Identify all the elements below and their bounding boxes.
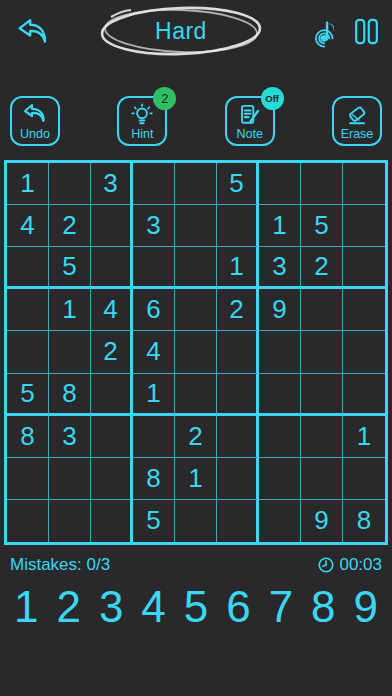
cell-r5c5[interactable] xyxy=(175,331,217,373)
timer-value: 00:03 xyxy=(339,555,382,575)
cell-r2c8[interactable]: 5 xyxy=(301,205,343,247)
undo-icon xyxy=(21,103,49,125)
numpad-4[interactable]: 4 xyxy=(141,585,165,629)
cell-r9c5[interactable] xyxy=(175,500,217,542)
cell-r3c5[interactable] xyxy=(175,247,217,289)
cell-r7c8[interactable] xyxy=(301,416,343,458)
cell-r2c2[interactable]: 2 xyxy=(49,205,91,247)
cell-r5c7[interactable] xyxy=(259,331,301,373)
cell-r5c2[interactable] xyxy=(49,331,91,373)
cell-r4c6[interactable]: 2 xyxy=(217,289,259,331)
cell-r4c9[interactable] xyxy=(343,289,385,331)
cell-r7c9[interactable]: 1 xyxy=(343,416,385,458)
cell-r6c7[interactable] xyxy=(259,374,301,416)
toolbar: Undo 2 Hint Off Note xyxy=(0,96,392,146)
cell-r6c2[interactable]: 8 xyxy=(49,374,91,416)
cell-r8c8[interactable] xyxy=(301,458,343,500)
cell-r4c8[interactable] xyxy=(301,289,343,331)
cell-r6c6[interactable] xyxy=(217,374,259,416)
status-bar: Mistakes: 0/3 00:03 xyxy=(0,555,392,575)
cell-r1c8[interactable] xyxy=(301,163,343,205)
clock-icon xyxy=(317,556,335,574)
cell-r8c9[interactable] xyxy=(343,458,385,500)
music-note-icon xyxy=(310,15,343,48)
cell-r2c7[interactable]: 1 xyxy=(259,205,301,247)
cell-r9c3[interactable] xyxy=(91,500,133,542)
cell-r1c1[interactable]: 1 xyxy=(7,163,49,205)
numpad-3[interactable]: 3 xyxy=(99,585,123,629)
cell-r7c3[interactable] xyxy=(91,416,133,458)
cell-r7c5[interactable]: 2 xyxy=(175,416,217,458)
cell-r6c9[interactable] xyxy=(343,374,385,416)
page-title: Hard xyxy=(155,18,207,45)
cell-r7c6[interactable] xyxy=(217,416,259,458)
cell-r3c3[interactable] xyxy=(91,247,133,289)
cell-r9c2[interactable] xyxy=(49,500,91,542)
hint-label: Hint xyxy=(131,128,153,143)
cell-r4c7[interactable]: 9 xyxy=(259,289,301,331)
cell-r6c5[interactable] xyxy=(175,374,217,416)
note-pencil-icon xyxy=(237,103,263,128)
cell-r2c1[interactable]: 4 xyxy=(7,205,49,247)
note-label: Note xyxy=(236,128,262,143)
cell-r2c9[interactable] xyxy=(343,205,385,247)
cell-r2c3[interactable] xyxy=(91,205,133,247)
cell-r4c5[interactable] xyxy=(175,289,217,331)
cell-r8c5[interactable]: 1 xyxy=(175,458,217,500)
cell-r5c3[interactable]: 2 xyxy=(91,331,133,373)
cell-r4c2[interactable]: 1 xyxy=(49,289,91,331)
cell-r3c1[interactable] xyxy=(7,247,49,289)
music-button[interactable] xyxy=(310,15,343,48)
cell-r2c5[interactable] xyxy=(175,205,217,247)
erase-button[interactable]: Erase xyxy=(332,96,382,146)
note-badge: Off xyxy=(261,87,284,110)
cell-r9c8[interactable]: 9 xyxy=(301,500,343,542)
cell-r3c7[interactable]: 3 xyxy=(259,247,301,289)
numpad-6[interactable]: 6 xyxy=(226,585,250,629)
cell-r5c4[interactable]: 4 xyxy=(133,331,175,373)
number-pad: 123456789 xyxy=(0,585,392,629)
cell-r7c2[interactable]: 3 xyxy=(49,416,91,458)
cell-r1c5[interactable] xyxy=(175,163,217,205)
erase-label: Erase xyxy=(341,128,374,143)
cell-r5c8[interactable] xyxy=(301,331,343,373)
pause-button[interactable] xyxy=(353,16,380,47)
cell-r4c1[interactable] xyxy=(7,289,49,331)
cell-r6c1[interactable]: 5 xyxy=(7,374,49,416)
header-right xyxy=(310,15,380,48)
difficulty-title-wrap: Hard xyxy=(52,0,310,62)
cell-r3c2[interactable]: 5 xyxy=(49,247,91,289)
cell-r9c4[interactable]: 5 xyxy=(133,500,175,542)
cell-r2c4[interactable]: 3 xyxy=(133,205,175,247)
undo-button[interactable]: Undo xyxy=(10,96,60,146)
mistakes-counter: Mistakes: 0/3 xyxy=(10,555,110,575)
cell-r9c9[interactable]: 8 xyxy=(343,500,385,542)
cell-r7c7[interactable] xyxy=(259,416,301,458)
cell-r5c1[interactable] xyxy=(7,331,49,373)
cell-r7c1[interactable]: 8 xyxy=(7,416,49,458)
cell-r9c6[interactable] xyxy=(217,500,259,542)
cell-r8c6[interactable] xyxy=(217,458,259,500)
cell-r9c7[interactable] xyxy=(259,500,301,542)
cell-r4c4[interactable]: 6 xyxy=(133,289,175,331)
erase-icon xyxy=(344,103,370,128)
numpad-7[interactable]: 7 xyxy=(269,585,293,629)
numpad-2[interactable]: 2 xyxy=(56,585,80,629)
timer: 00:03 xyxy=(317,555,382,575)
cell-r1c6[interactable]: 5 xyxy=(217,163,259,205)
cell-r8c7[interactable] xyxy=(259,458,301,500)
cell-r3c9[interactable] xyxy=(343,247,385,289)
back-button[interactable] xyxy=(12,14,52,48)
cell-r8c3[interactable] xyxy=(91,458,133,500)
cell-r9c1[interactable] xyxy=(7,500,49,542)
numpad-1[interactable]: 1 xyxy=(14,585,38,629)
cell-r8c4[interactable]: 8 xyxy=(133,458,175,500)
cell-r8c2[interactable] xyxy=(49,458,91,500)
cell-r6c4[interactable]: 1 xyxy=(133,374,175,416)
hint-lightbulb-icon xyxy=(129,103,155,128)
hint-button[interactable]: 2 Hint xyxy=(117,96,167,146)
cell-r5c6[interactable] xyxy=(217,331,259,373)
cell-r1c4[interactable] xyxy=(133,163,175,205)
back-arrow-icon xyxy=(12,14,52,48)
cell-r3c6[interactable]: 1 xyxy=(217,247,259,289)
sudoku-board: 1354231551321462924581832181598 xyxy=(4,160,388,545)
undo-label: Undo xyxy=(20,128,50,143)
numpad-5[interactable]: 5 xyxy=(184,585,208,629)
numpad-8[interactable]: 8 xyxy=(311,585,335,629)
numpad-9[interactable]: 9 xyxy=(354,585,378,629)
hint-badge: 2 xyxy=(153,87,176,110)
cell-r1c3[interactable]: 3 xyxy=(91,163,133,205)
cell-r3c8[interactable]: 2 xyxy=(301,247,343,289)
cell-r2c6[interactable] xyxy=(217,205,259,247)
cell-r6c3[interactable] xyxy=(91,374,133,416)
header: Hard xyxy=(0,0,392,62)
note-button[interactable]: Off Note xyxy=(225,96,275,146)
pause-icon xyxy=(353,16,380,47)
cell-r7c4[interactable] xyxy=(133,416,175,458)
cell-r1c7[interactable] xyxy=(259,163,301,205)
cell-r1c2[interactable] xyxy=(49,163,91,205)
cell-r4c3[interactable]: 4 xyxy=(91,289,133,331)
cell-r8c1[interactable] xyxy=(7,458,49,500)
cell-r5c9[interactable] xyxy=(343,331,385,373)
cell-r3c4[interactable] xyxy=(133,247,175,289)
cell-r1c9[interactable] xyxy=(343,163,385,205)
cell-r6c8[interactable] xyxy=(301,374,343,416)
